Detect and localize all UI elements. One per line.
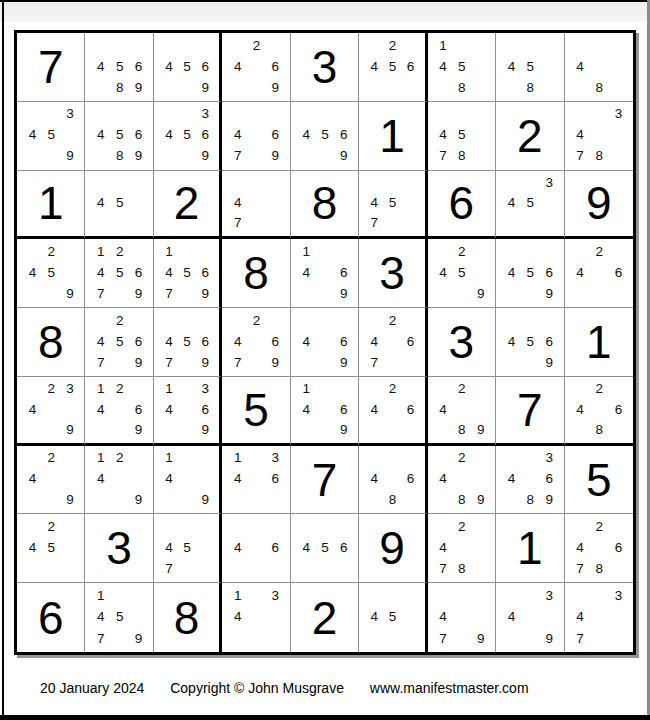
pencil-mark-3: 3 xyxy=(609,104,628,125)
cell-r6c9[interactable]: 2468 xyxy=(565,377,633,446)
cell-r5c3[interactable]: 45679 xyxy=(154,308,222,377)
cell-r7c6[interactable]: 468 xyxy=(359,446,427,515)
pencil-mark-4: 4 xyxy=(160,537,178,558)
cell-r9c3[interactable]: 8 xyxy=(154,583,222,652)
pencil-mark-4: 4 xyxy=(23,469,42,490)
cell-r5c8[interactable]: 4569 xyxy=(496,308,564,377)
cell-r4c6[interactable]: 3 xyxy=(359,239,427,308)
pencil-mark-4: 4 xyxy=(571,56,590,77)
cell-r4c4[interactable]: 8 xyxy=(222,239,290,308)
pencil-mark-3: 3 xyxy=(609,585,628,606)
pencil-mark-7: 7 xyxy=(91,283,110,304)
pencil-mark-2: 2 xyxy=(247,35,266,56)
cell-r5c1[interactable]: 8 xyxy=(17,308,85,377)
pencil-mark-2: 2 xyxy=(110,379,129,399)
pencil-mark-4: 4 xyxy=(502,469,521,490)
pencil-mark-5: 5 xyxy=(521,56,540,77)
pencil-mark-4: 4 xyxy=(297,537,316,558)
pencil-mark-9: 9 xyxy=(129,490,148,511)
pencil-mark-9: 9 xyxy=(196,146,214,167)
pencil-mark-1: 1 xyxy=(228,585,247,606)
pencil-marks: 245679 xyxy=(85,308,152,376)
cell-r4c9[interactable]: 246 xyxy=(565,239,633,308)
cell-r5c2[interactable]: 245679 xyxy=(85,308,153,377)
placed-digit: 5 xyxy=(243,387,269,433)
pencil-mark-8: 8 xyxy=(590,419,609,439)
cell-r4c3[interactable]: 145679 xyxy=(154,239,222,308)
cell-r7c9[interactable]: 5 xyxy=(565,446,633,515)
pencil-marks: 48 xyxy=(565,33,633,101)
cell-r5c4[interactable]: 24679 xyxy=(222,308,290,377)
cell-r3c5[interactable]: 8 xyxy=(291,171,359,240)
pencil-mark-7: 7 xyxy=(228,352,247,373)
pencil-mark-6: 6 xyxy=(129,262,148,283)
cell-r7c8[interactable]: 34689 xyxy=(496,446,564,515)
pencil-mark-6: 6 xyxy=(609,399,628,419)
pencil-mark-9: 9 xyxy=(61,283,80,304)
pencil-marks: 149 xyxy=(154,446,219,514)
pencil-marks: 2349 xyxy=(17,377,84,443)
pencil-marks: 246 xyxy=(565,239,633,307)
placed-digit: 9 xyxy=(379,525,405,571)
pencil-mark-5: 5 xyxy=(316,537,335,558)
pencil-mark-6: 6 xyxy=(266,125,285,146)
cell-r6c7[interactable]: 2489 xyxy=(428,377,496,446)
pencil-mark-4: 4 xyxy=(297,262,316,283)
cell-r1c8[interactable]: 458 xyxy=(496,33,564,102)
pencil-mark-7: 7 xyxy=(434,558,453,579)
placed-digit: 3 xyxy=(312,44,338,90)
pencil-mark-6: 6 xyxy=(402,399,420,419)
pencil-marks: 3478 xyxy=(565,102,633,170)
pencil-mark-6: 6 xyxy=(402,469,420,490)
cell-r1c7[interactable]: 1458 xyxy=(428,33,496,102)
pencil-marks: 4679 xyxy=(222,102,289,170)
pencil-mark-8: 8 xyxy=(521,490,540,511)
cell-r1c2[interactable]: 45689 xyxy=(85,33,153,102)
pencil-mark-9: 9 xyxy=(129,352,148,373)
pencil-mark-3: 3 xyxy=(196,104,214,125)
pencil-mark-5: 5 xyxy=(452,125,471,146)
pencil-mark-9: 9 xyxy=(266,352,285,373)
pencil-mark-3: 3 xyxy=(61,104,80,125)
cell-r3c8[interactable]: 345 xyxy=(496,171,564,240)
pencil-mark-2: 2 xyxy=(383,35,401,56)
pencil-mark-6: 6 xyxy=(334,537,353,558)
pencil-mark-2: 2 xyxy=(110,310,129,331)
pencil-mark-5: 5 xyxy=(110,125,129,146)
footer-website[interactable]: www.manifestmaster.com xyxy=(370,680,529,696)
placed-digit: 1 xyxy=(586,319,612,365)
pencil-mark-7: 7 xyxy=(571,146,590,167)
placed-digit: 6 xyxy=(38,595,64,641)
pencil-marks: 468 xyxy=(359,446,424,514)
pencil-mark-1: 1 xyxy=(91,448,110,469)
pencil-mark-4: 4 xyxy=(365,193,383,213)
cell-r6c4[interactable]: 5 xyxy=(222,377,290,446)
cell-r2c6[interactable]: 1 xyxy=(359,102,427,171)
pencil-mark-8: 8 xyxy=(521,77,540,98)
pencil-mark-6: 6 xyxy=(196,56,214,77)
pencil-mark-5: 5 xyxy=(110,56,129,77)
pencil-mark-4: 4 xyxy=(571,606,590,627)
placed-digit: 8 xyxy=(312,180,338,226)
placed-digit: 2 xyxy=(174,180,200,226)
placed-digit: 7 xyxy=(312,457,338,503)
pencil-mark-6: 6 xyxy=(402,331,420,352)
cell-r9c6[interactable]: 45 xyxy=(359,583,427,652)
pencil-mark-6: 6 xyxy=(129,125,148,146)
pencil-marks: 457 xyxy=(154,514,219,582)
pencil-mark-9: 9 xyxy=(196,490,214,511)
cell-r8c7[interactable]: 2478 xyxy=(428,514,496,583)
pencil-mark-1: 1 xyxy=(160,379,178,399)
pencil-mark-9: 9 xyxy=(129,628,148,649)
pencil-marks: 2478 xyxy=(428,514,495,582)
pencil-mark-4: 4 xyxy=(571,537,590,558)
cell-r1c6[interactable]: 2456 xyxy=(359,33,427,102)
pencil-mark-4: 4 xyxy=(23,399,42,419)
pencil-marks: 24678 xyxy=(565,514,633,582)
pencil-mark-5: 5 xyxy=(110,262,129,283)
pencil-mark-7: 7 xyxy=(434,146,453,167)
pencil-mark-6: 6 xyxy=(196,125,214,146)
pencil-mark-7: 7 xyxy=(571,628,590,649)
pencil-marks: 4569 xyxy=(154,33,219,101)
pencil-mark-4: 4 xyxy=(502,331,521,352)
pencil-mark-4: 4 xyxy=(228,469,247,490)
cell-r6c5[interactable]: 1469 xyxy=(291,377,359,446)
pencil-mark-9: 9 xyxy=(129,419,148,439)
pencil-mark-5: 5 xyxy=(178,262,196,283)
cell-r6c6[interactable]: 246 xyxy=(359,377,427,446)
pencil-marks: 45679 xyxy=(154,308,219,376)
cell-r2c4[interactable]: 4679 xyxy=(222,102,290,171)
pencil-mark-7: 7 xyxy=(160,352,178,373)
pencil-mark-4: 4 xyxy=(160,262,178,283)
cell-r7c7[interactable]: 2489 xyxy=(428,446,496,515)
pencil-mark-2: 2 xyxy=(452,448,471,469)
pencil-mark-7: 7 xyxy=(91,628,110,649)
pencil-mark-4: 4 xyxy=(571,262,590,283)
pencil-mark-4: 4 xyxy=(228,537,247,558)
placed-digit: 3 xyxy=(106,525,132,571)
pencil-mark-4: 4 xyxy=(365,56,383,77)
placed-digit: 2 xyxy=(517,113,543,159)
cell-r5c6[interactable]: 2467 xyxy=(359,308,427,377)
pencil-mark-7: 7 xyxy=(434,628,453,649)
pencil-mark-1: 1 xyxy=(228,448,247,469)
pencil-mark-4: 4 xyxy=(160,399,178,419)
pencil-mark-4: 4 xyxy=(434,125,453,146)
footer-date: 20 January 2024 xyxy=(40,680,144,696)
pencil-mark-5: 5 xyxy=(383,606,401,627)
cell-r9c2[interactable]: 14579 xyxy=(85,583,153,652)
pencil-mark-6: 6 xyxy=(196,262,214,283)
pencil-marks: 47 xyxy=(222,171,289,237)
cell-r4c1[interactable]: 2459 xyxy=(17,239,85,308)
footer: 20 January 2024 Copyright © John Musgrav… xyxy=(40,680,529,696)
cell-r9c8[interactable]: 349 xyxy=(496,583,564,652)
pencil-marks: 245 xyxy=(17,514,84,582)
placed-digit: 3 xyxy=(449,319,475,365)
pencil-mark-9: 9 xyxy=(471,419,490,439)
pencil-mark-2: 2 xyxy=(42,516,61,537)
pencil-mark-4: 4 xyxy=(91,469,110,490)
cell-r1c1[interactable]: 7 xyxy=(17,33,85,102)
cell-r8c8[interactable]: 1 xyxy=(496,514,564,583)
top-bar xyxy=(0,2,650,22)
pencil-marks: 1458 xyxy=(428,33,495,101)
pencil-mark-4: 4 xyxy=(297,399,316,419)
pencil-marks: 24679 xyxy=(222,308,289,376)
pencil-mark-1: 1 xyxy=(297,241,316,262)
pencil-marks: 4569 xyxy=(496,308,563,376)
cell-r5c9[interactable]: 1 xyxy=(565,308,633,377)
pencil-mark-4: 4 xyxy=(160,469,178,490)
cell-r8c1[interactable]: 245 xyxy=(17,514,85,583)
pencil-mark-5: 5 xyxy=(521,262,540,283)
pencil-mark-9: 9 xyxy=(196,77,214,98)
pencil-mark-5: 5 xyxy=(42,262,61,283)
pencil-mark-5: 5 xyxy=(521,331,540,352)
pencil-mark-9: 9 xyxy=(129,146,148,167)
pencil-mark-8: 8 xyxy=(590,558,609,579)
pencil-mark-9: 9 xyxy=(61,419,80,439)
pencil-mark-5: 5 xyxy=(452,262,471,283)
pencil-marks: 4569 xyxy=(496,239,563,307)
pencil-mark-6: 6 xyxy=(266,56,285,77)
pencil-mark-4: 4 xyxy=(228,606,247,627)
pencil-mark-1: 1 xyxy=(160,241,178,262)
cell-r6c2[interactable]: 12469 xyxy=(85,377,153,446)
pencil-mark-7: 7 xyxy=(160,283,178,304)
cell-r8c2[interactable]: 3 xyxy=(85,514,153,583)
pencil-mark-5: 5 xyxy=(316,125,335,146)
cell-r3c7[interactable]: 6 xyxy=(428,171,496,240)
pencil-mark-9: 9 xyxy=(61,490,80,511)
cell-r4c2[interactable]: 1245679 xyxy=(85,239,153,308)
pencil-marks: 13469 xyxy=(154,377,219,443)
pencil-mark-2: 2 xyxy=(110,448,129,469)
placed-digit: 1 xyxy=(379,113,405,159)
pencil-mark-4: 4 xyxy=(434,399,453,419)
cell-r8c5[interactable]: 456 xyxy=(291,514,359,583)
cell-r2c1[interactable]: 3459 xyxy=(17,102,85,171)
cell-r7c1[interactable]: 249 xyxy=(17,446,85,515)
pencil-mark-4: 4 xyxy=(228,125,247,146)
pencil-mark-4: 4 xyxy=(297,331,316,352)
pencil-mark-2: 2 xyxy=(452,379,471,399)
pencil-mark-6: 6 xyxy=(334,262,353,283)
cell-r3c3[interactable]: 2 xyxy=(154,171,222,240)
pencil-mark-4: 4 xyxy=(23,537,42,558)
pencil-mark-9: 9 xyxy=(196,419,214,439)
pencil-mark-3: 3 xyxy=(540,173,559,193)
cell-r9c4[interactable]: 134 xyxy=(222,583,290,652)
cell-r6c1[interactable]: 2349 xyxy=(17,377,85,446)
pencil-mark-8: 8 xyxy=(452,490,471,511)
placed-digit: 6 xyxy=(449,180,475,226)
pencil-mark-4: 4 xyxy=(502,606,521,627)
cell-r9c7[interactable]: 479 xyxy=(428,583,496,652)
pencil-mark-8: 8 xyxy=(110,146,129,167)
cell-r1c4[interactable]: 2469 xyxy=(222,33,290,102)
pencil-marks: 1469 xyxy=(291,377,358,443)
pencil-mark-9: 9 xyxy=(334,283,353,304)
pencil-mark-9: 9 xyxy=(196,283,214,304)
cell-r6c8[interactable]: 7 xyxy=(496,377,564,446)
pencil-mark-6: 6 xyxy=(266,331,285,352)
pencil-mark-4: 4 xyxy=(571,125,590,146)
window-bottom-edge xyxy=(0,715,650,720)
cell-r3c1[interactable]: 1 xyxy=(17,171,85,240)
pencil-marks: 4569 xyxy=(291,102,358,170)
pencil-mark-8: 8 xyxy=(383,490,401,511)
cell-r3c9[interactable]: 9 xyxy=(565,171,633,240)
cell-r1c5[interactable]: 3 xyxy=(291,33,359,102)
pencil-mark-5: 5 xyxy=(178,537,196,558)
pencil-mark-4: 4 xyxy=(91,331,110,352)
cell-r4c7[interactable]: 2459 xyxy=(428,239,496,308)
pencil-mark-7: 7 xyxy=(228,213,247,233)
pencil-mark-2: 2 xyxy=(42,241,61,262)
cell-r1c3[interactable]: 4569 xyxy=(154,33,222,102)
window-left-edge xyxy=(2,0,4,720)
cell-r7c2[interactable]: 1249 xyxy=(85,446,153,515)
pencil-mark-6: 6 xyxy=(129,399,148,419)
pencil-mark-6: 6 xyxy=(609,262,628,283)
pencil-marks: 45689 xyxy=(85,33,152,101)
pencil-mark-5: 5 xyxy=(42,125,61,146)
pencil-mark-4: 4 xyxy=(91,262,110,283)
pencil-marks: 45689 xyxy=(85,102,152,170)
cell-r7c5[interactable]: 7 xyxy=(291,446,359,515)
pencil-mark-2: 2 xyxy=(383,379,401,399)
pencil-mark-4: 4 xyxy=(365,469,383,490)
pencil-mark-3: 3 xyxy=(540,585,559,606)
cell-r2c9[interactable]: 3478 xyxy=(565,102,633,171)
pencil-mark-4: 4 xyxy=(91,193,110,213)
pencil-mark-4: 4 xyxy=(365,331,383,352)
cell-r3c6[interactable]: 457 xyxy=(359,171,427,240)
pencil-marks: 1245679 xyxy=(85,239,152,307)
pencil-marks: 2468 xyxy=(565,377,633,443)
pencil-mark-4: 4 xyxy=(434,262,453,283)
pencil-mark-4: 4 xyxy=(228,331,247,352)
pencil-marks: 12469 xyxy=(85,377,152,443)
pencil-marks: 456 xyxy=(291,514,358,582)
placed-digit: 7 xyxy=(38,44,64,90)
pencil-mark-2: 2 xyxy=(452,241,471,262)
cell-r2c8[interactable]: 2 xyxy=(496,102,564,171)
cell-r3c2[interactable]: 45 xyxy=(85,171,153,240)
cell-r6c3[interactable]: 13469 xyxy=(154,377,222,446)
cell-r4c8[interactable]: 4569 xyxy=(496,239,564,308)
pencil-mark-4: 4 xyxy=(228,56,247,77)
pencil-mark-9: 9 xyxy=(129,283,148,304)
pencil-marks: 45 xyxy=(359,583,424,652)
pencil-mark-6: 6 xyxy=(266,537,285,558)
pencil-mark-8: 8 xyxy=(590,146,609,167)
pencil-mark-4: 4 xyxy=(365,606,383,627)
pencil-mark-5: 5 xyxy=(452,56,471,77)
cell-r4c5[interactable]: 1469 xyxy=(291,239,359,308)
pencil-mark-9: 9 xyxy=(266,146,285,167)
pencil-marks: 1469 xyxy=(291,239,358,307)
pencil-mark-9: 9 xyxy=(334,352,353,373)
pencil-mark-9: 9 xyxy=(266,77,285,98)
pencil-mark-5: 5 xyxy=(110,606,129,627)
cell-r3c4[interactable]: 47 xyxy=(222,171,290,240)
cell-r2c3[interactable]: 34569 xyxy=(154,102,222,171)
pencil-marks: 349 xyxy=(496,583,563,652)
cell-r9c1[interactable]: 6 xyxy=(17,583,85,652)
pencil-marks: 249 xyxy=(17,446,84,514)
pencil-mark-9: 9 xyxy=(540,490,559,511)
cell-r7c3[interactable]: 149 xyxy=(154,446,222,515)
pencil-mark-6: 6 xyxy=(334,125,353,146)
pencil-mark-7: 7 xyxy=(228,146,247,167)
pencil-mark-9: 9 xyxy=(129,77,148,98)
pencil-mark-6: 6 xyxy=(334,399,353,419)
pencil-mark-3: 3 xyxy=(196,379,214,399)
pencil-mark-6: 6 xyxy=(540,331,559,352)
pencil-mark-4: 4 xyxy=(91,606,110,627)
cell-r2c5[interactable]: 4569 xyxy=(291,102,359,171)
pencil-marks: 1346 xyxy=(222,446,289,514)
cell-r5c7[interactable]: 3 xyxy=(428,308,496,377)
cell-r8c4[interactable]: 46 xyxy=(222,514,290,583)
cell-r5c5[interactable]: 469 xyxy=(291,308,359,377)
cell-r2c2[interactable]: 45689 xyxy=(85,102,153,171)
footer-copyright: Copyright © John Musgrave xyxy=(170,680,344,696)
pencil-mark-2: 2 xyxy=(247,310,266,331)
pencil-mark-4: 4 xyxy=(91,56,110,77)
cell-r8c9[interactable]: 24678 xyxy=(565,514,633,583)
pencil-mark-4: 4 xyxy=(297,125,316,146)
pencil-mark-9: 9 xyxy=(471,283,490,304)
pencil-marks: 2469 xyxy=(222,33,289,101)
pencil-mark-7: 7 xyxy=(365,213,383,233)
cell-r1c9[interactable]: 48 xyxy=(565,33,633,102)
pencil-mark-9: 9 xyxy=(471,628,490,649)
pencil-marks: 14579 xyxy=(85,583,152,652)
pencil-mark-2: 2 xyxy=(590,516,609,537)
pencil-marks: 134 xyxy=(222,583,289,652)
cell-r2c7[interactable]: 4578 xyxy=(428,102,496,171)
cell-r8c6[interactable]: 9 xyxy=(359,514,427,583)
pencil-mark-6: 6 xyxy=(402,56,420,77)
cell-r7c4[interactable]: 1346 xyxy=(222,446,290,515)
pencil-mark-1: 1 xyxy=(91,379,110,399)
pencil-marks: 457 xyxy=(359,171,424,237)
pencil-marks: 2489 xyxy=(428,446,495,514)
placed-digit: 1 xyxy=(38,180,64,226)
pencil-mark-4: 4 xyxy=(502,193,521,213)
pencil-marks: 46 xyxy=(222,514,289,582)
cell-r9c5[interactable]: 2 xyxy=(291,583,359,652)
pencil-mark-4: 4 xyxy=(434,537,453,558)
cell-r8c3[interactable]: 457 xyxy=(154,514,222,583)
placed-digit: 5 xyxy=(586,457,612,503)
pencil-marks: 145679 xyxy=(154,239,219,307)
cell-r9c9[interactable]: 347 xyxy=(565,583,633,652)
pencil-mark-4: 4 xyxy=(434,469,453,490)
pencil-mark-4: 4 xyxy=(365,399,383,419)
placed-digit: 2 xyxy=(312,595,338,641)
pencil-mark-5: 5 xyxy=(383,193,401,213)
